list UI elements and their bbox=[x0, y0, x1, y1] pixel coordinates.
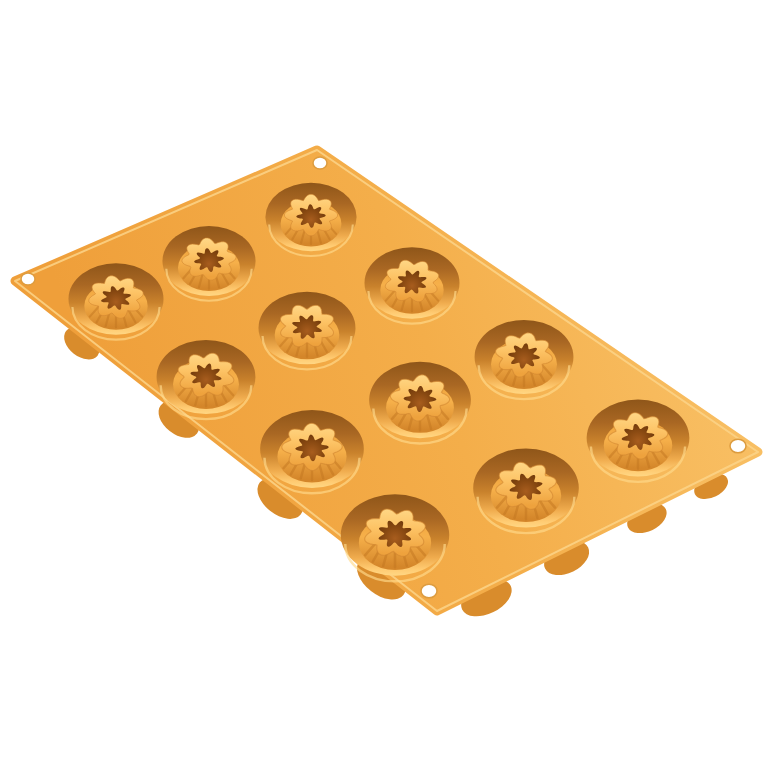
cavity bbox=[369, 362, 471, 444]
star-opening bbox=[404, 386, 437, 412]
corner-hole bbox=[21, 273, 35, 285]
cavity bbox=[587, 399, 690, 481]
cavity bbox=[364, 247, 459, 323]
cavity bbox=[157, 340, 256, 419]
corner-hole bbox=[313, 157, 327, 169]
corner-hole bbox=[421, 584, 437, 598]
cavity bbox=[260, 410, 364, 493]
silicone-mold-photo bbox=[0, 0, 768, 768]
cavity bbox=[265, 183, 356, 256]
cavity bbox=[259, 292, 356, 370]
corner-hole bbox=[730, 439, 746, 453]
cavity bbox=[68, 263, 163, 339]
cavity bbox=[475, 320, 574, 399]
product-photo-stage bbox=[0, 0, 768, 768]
cavity bbox=[473, 448, 579, 533]
cavity bbox=[162, 226, 255, 301]
cavity bbox=[341, 494, 449, 581]
